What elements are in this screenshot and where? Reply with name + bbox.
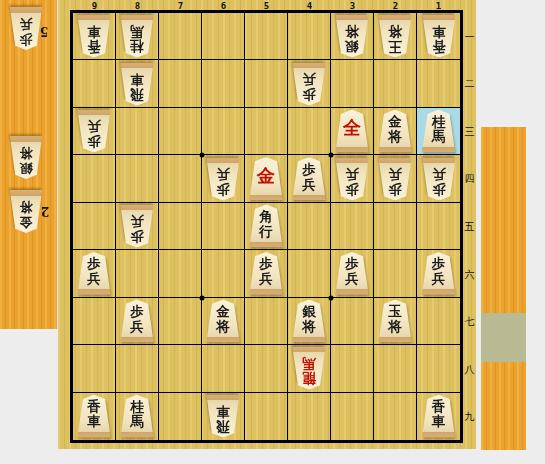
- piece-kanji: 香: [432, 399, 446, 414]
- piece-kanji: 歩: [345, 256, 359, 271]
- piece-kanji: 兵: [216, 166, 230, 181]
- square-3-2[interactable]: [331, 60, 374, 107]
- rank-label: 二: [463, 61, 476, 109]
- piece-body: 飛車: [205, 395, 242, 438]
- square-7-2[interactable]: [159, 60, 202, 107]
- piece-kanji: 龍: [302, 371, 316, 386]
- piece-body: 歩兵: [119, 204, 156, 247]
- piece-kanji: 歩: [432, 256, 446, 271]
- piece-kanji: 兵: [388, 166, 402, 181]
- square-5-3[interactable]: [245, 108, 288, 155]
- square-8-5[interactable]: 歩兵: [116, 203, 159, 250]
- piece-kanji: 歩: [388, 181, 402, 196]
- square-7-7[interactable]: [159, 298, 202, 345]
- sente-piece-歩兵[interactable]: 歩兵: [291, 157, 328, 200]
- piece-body: 銀将: [8, 136, 44, 179]
- sente-hand-stand: [481, 127, 526, 450]
- piece-body: 歩兵: [420, 252, 457, 295]
- piece-kanji: 桂: [130, 39, 144, 54]
- square-6-2[interactable]: [202, 60, 245, 107]
- sente-piece-桂馬[interactable]: 桂馬: [420, 110, 457, 153]
- square-8-7[interactable]: 歩兵: [116, 298, 159, 345]
- square-6-7[interactable]: 金将: [202, 298, 245, 345]
- square-8-8[interactable]: [116, 345, 159, 392]
- piece-kanji: 銀将: [20, 146, 33, 175]
- gote-hand-stand: 歩兵 5 銀将 金将 2: [0, 0, 57, 329]
- piece-body: 金: [248, 157, 285, 200]
- piece-body: 金将: [205, 299, 242, 342]
- piece-kanji: 歩: [130, 303, 144, 318]
- piece-kanji: 銀: [345, 39, 359, 54]
- square-9-6[interactable]: 歩兵: [73, 250, 116, 297]
- piece-kanji: 玉: [388, 303, 402, 318]
- piece-kanji: 歩: [87, 134, 101, 149]
- piece-kanji: 金: [257, 166, 275, 184]
- piece-body: 歩兵: [76, 252, 113, 295]
- piece-kanji: 兵: [345, 166, 359, 181]
- piece-body: 歩兵: [76, 110, 113, 153]
- square-4-4[interactable]: 歩兵: [288, 155, 331, 202]
- sente-piece-歩兵[interactable]: 歩兵: [420, 252, 457, 295]
- piece-kanji: 歩: [302, 161, 316, 176]
- square-1-2[interactable]: [417, 60, 460, 107]
- square-1-7[interactable]: [417, 298, 460, 345]
- square-5-1[interactable]: [245, 13, 288, 60]
- gote-piece-歩兵[interactable]: 歩兵: [420, 157, 457, 200]
- piece-kanji: 兵: [302, 71, 316, 86]
- piece-body: 香車: [420, 395, 457, 438]
- sente-piece-角行[interactable]: 角行: [248, 204, 285, 247]
- square-1-6[interactable]: 歩兵: [417, 250, 460, 297]
- board-panel: 9 8 7 6 5 4 3 2 1 香車桂馬銀将王将香車飛車歩兵歩兵全金将桂馬歩…: [58, 0, 476, 449]
- piece-kanji: 兵: [130, 213, 144, 228]
- piece-kanji: 馬: [432, 129, 446, 144]
- piece-kanji: 兵: [130, 318, 144, 333]
- square-1-3[interactable]: 桂馬: [417, 108, 460, 155]
- piece-body: 銀将: [334, 15, 371, 58]
- piece-body: 歩兵: [8, 7, 44, 50]
- piece-body: 金将: [8, 190, 44, 233]
- piece-body: 桂馬: [119, 15, 156, 58]
- rank-label: 五: [463, 203, 476, 251]
- square-4-5[interactable]: [288, 203, 331, 250]
- square-3-8[interactable]: [331, 345, 374, 392]
- square-3-4[interactable]: 歩兵: [331, 155, 374, 202]
- piece-kanji: 歩: [87, 256, 101, 271]
- piece-body: 銀将: [291, 299, 328, 342]
- rank-label: 六: [463, 251, 476, 299]
- square-5-6[interactable]: 歩兵: [245, 250, 288, 297]
- promoted-sente-piece-全[interactable]: 全: [334, 110, 371, 153]
- square-4-8[interactable]: 龍馬: [288, 345, 331, 392]
- square-4-1[interactable]: [288, 13, 331, 60]
- shogi-app: 歩兵 5 銀将 金将 2 9 8 7 6: [0, 0, 545, 464]
- piece-body: 歩兵: [334, 157, 371, 200]
- hoshi-dot: [329, 295, 334, 300]
- square-7-1[interactable]: [159, 13, 202, 60]
- square-2-3[interactable]: 金将: [374, 108, 417, 155]
- rank-label: 三: [463, 108, 476, 156]
- square-2-2[interactable]: [374, 60, 417, 107]
- gote-piece-歩兵[interactable]: 歩兵: [205, 157, 242, 200]
- square-5-7[interactable]: [245, 298, 288, 345]
- piece-body: 王将: [377, 15, 414, 58]
- square-1-9[interactable]: 香車: [417, 393, 460, 440]
- piece-kanji: 桂: [432, 114, 446, 129]
- square-6-6[interactable]: [202, 250, 245, 297]
- promoted-sente-piece-金[interactable]: 金: [248, 157, 285, 200]
- piece-kanji: 金: [216, 303, 230, 318]
- square-3-6[interactable]: 歩兵: [331, 250, 374, 297]
- square-9-9[interactable]: 香車: [73, 393, 116, 440]
- square-1-1[interactable]: 香車: [417, 13, 460, 60]
- square-2-5[interactable]: [374, 203, 417, 250]
- piece-kanji: 歩: [216, 181, 230, 196]
- square-6-3[interactable]: [202, 108, 245, 155]
- square-5-9[interactable]: [245, 393, 288, 440]
- square-3-7[interactable]: [331, 298, 374, 345]
- sente-piece-銀将[interactable]: 銀将: [291, 299, 328, 342]
- square-8-6[interactable]: [116, 250, 159, 297]
- square-9-8[interactable]: [73, 345, 116, 392]
- square-7-3[interactable]: [159, 108, 202, 155]
- gote-piece-歩兵[interactable]: 歩兵: [119, 204, 156, 247]
- square-4-7[interactable]: 銀将: [288, 298, 331, 345]
- rank-label: 七: [463, 298, 476, 346]
- piece-kanji: 車: [87, 24, 101, 39]
- square-4-2[interactable]: 歩兵: [288, 60, 331, 107]
- piece-kanji: 香: [87, 399, 101, 414]
- square-9-1[interactable]: 香車: [73, 13, 116, 60]
- gote-hand-gold[interactable]: 金将: [8, 190, 44, 233]
- piece-body: 香車: [76, 395, 113, 438]
- piece-body: 歩兵: [291, 62, 328, 105]
- sente-piece-歩兵[interactable]: 歩兵: [334, 252, 371, 295]
- square-7-4[interactable]: [159, 155, 202, 202]
- gote-hand-pawn[interactable]: 歩兵: [8, 7, 44, 50]
- sente-piece-歩兵[interactable]: 歩兵: [119, 299, 156, 342]
- piece-body: 歩兵: [119, 299, 156, 342]
- piece-kanji: 金: [388, 114, 402, 129]
- hoshi-dot: [329, 153, 334, 158]
- square-4-6[interactable]: [288, 250, 331, 297]
- square-8-2[interactable]: 飛車: [116, 60, 159, 107]
- square-5-8[interactable]: [245, 345, 288, 392]
- piece-body: 香車: [76, 15, 113, 58]
- square-4-3[interactable]: [288, 108, 331, 155]
- piece-kanji: 王: [388, 39, 402, 54]
- piece-kanji: 将: [216, 318, 230, 333]
- piece-body: 全: [334, 110, 371, 153]
- gote-piece-銀将[interactable]: 銀将: [334, 15, 371, 58]
- gote-piece-王将[interactable]: 王将: [377, 15, 414, 58]
- square-6-4[interactable]: 歩兵: [202, 155, 245, 202]
- square-6-5[interactable]: [202, 203, 245, 250]
- piece-kanji: 飛: [130, 86, 144, 101]
- gote-piece-歩兵[interactable]: 歩兵: [291, 62, 328, 105]
- piece-kanji: 歩: [302, 86, 316, 101]
- piece-kanji: 兵: [432, 271, 446, 286]
- piece-kanji: 桂: [130, 399, 144, 414]
- piece-kanji: 将: [388, 24, 402, 39]
- piece-body: 歩兵: [377, 157, 414, 200]
- gote-piece-飛車[interactable]: 飛車: [205, 395, 242, 438]
- promoted-gote-piece-龍馬[interactable]: 龍馬: [291, 347, 328, 390]
- square-2-6[interactable]: [374, 250, 417, 297]
- square-9-3[interactable]: 歩兵: [73, 108, 116, 155]
- piece-kanji: 銀: [302, 303, 316, 318]
- piece-kanji: 車: [432, 414, 446, 429]
- piece-body: 香車: [420, 15, 457, 58]
- sente-piece-玉将[interactable]: 玉将: [377, 299, 414, 342]
- gote-piece-飛車[interactable]: 飛車: [119, 62, 156, 105]
- gote-hand-silver[interactable]: 銀将: [8, 136, 44, 179]
- sente-piece-金将[interactable]: 金将: [377, 110, 414, 153]
- square-7-6[interactable]: [159, 250, 202, 297]
- piece-body: 桂馬: [420, 110, 457, 153]
- piece-kanji: 将: [345, 24, 359, 39]
- piece-body: 飛車: [119, 62, 156, 105]
- square-1-4[interactable]: 歩兵: [417, 155, 460, 202]
- piece-kanji: 馬: [130, 414, 144, 429]
- piece-kanji: 飛: [216, 419, 230, 434]
- square-9-2[interactable]: [73, 60, 116, 107]
- square-9-7[interactable]: [73, 298, 116, 345]
- gote-piece-歩兵[interactable]: 歩兵: [76, 110, 113, 153]
- piece-body: 桂馬: [119, 395, 156, 438]
- piece-kanji: 香: [87, 39, 101, 54]
- piece-body: 歩兵: [291, 157, 328, 200]
- square-2-4[interactable]: 歩兵: [374, 155, 417, 202]
- piece-kanji: 車: [87, 414, 101, 429]
- piece-kanji: 歩: [345, 181, 359, 196]
- square-1-5[interactable]: [417, 203, 460, 250]
- square-8-1[interactable]: 桂馬: [116, 13, 159, 60]
- rank-label: 八: [463, 346, 476, 394]
- piece-body: 金将: [377, 110, 414, 153]
- gote-piece-桂馬[interactable]: 桂馬: [119, 15, 156, 58]
- hoshi-dot: [200, 295, 205, 300]
- sente-hand-slot-highlight[interactable]: [481, 313, 526, 362]
- square-7-9[interactable]: [159, 393, 202, 440]
- gote-hand-gold-count: 2: [41, 204, 49, 218]
- piece-kanji: 兵: [432, 166, 446, 181]
- square-8-3[interactable]: [116, 108, 159, 155]
- piece-kanji: 全: [343, 119, 361, 137]
- square-3-9[interactable]: [331, 393, 374, 440]
- piece-body: 角行: [248, 204, 285, 247]
- piece-kanji: 将: [302, 318, 316, 333]
- piece-body: 歩兵: [334, 252, 371, 295]
- square-7-8[interactable]: [159, 345, 202, 392]
- rank-labels: 一 二 三 四 五 六 七 八 九: [463, 13, 476, 441]
- piece-kanji: 車: [432, 24, 446, 39]
- piece-kanji: 兵: [345, 271, 359, 286]
- rank-label: 九: [463, 394, 476, 442]
- square-5-4[interactable]: 金: [245, 155, 288, 202]
- square-3-3[interactable]: 全: [331, 108, 374, 155]
- square-5-5[interactable]: 角行: [245, 203, 288, 250]
- piece-body: 歩兵: [205, 157, 242, 200]
- piece-kanji: 香: [432, 39, 446, 54]
- square-4-9[interactable]: [288, 393, 331, 440]
- piece-kanji: 兵: [259, 271, 273, 286]
- piece-kanji: 金将: [20, 200, 33, 229]
- piece-kanji: 行: [259, 223, 273, 238]
- square-1-8[interactable]: [417, 345, 460, 392]
- square-7-5[interactable]: [159, 203, 202, 250]
- hoshi-dot: [200, 153, 205, 158]
- piece-kanji: 車: [130, 71, 144, 86]
- square-2-1[interactable]: 王将: [374, 13, 417, 60]
- sente-piece-歩兵[interactable]: 歩兵: [248, 252, 285, 295]
- piece-body: 歩兵: [420, 157, 457, 200]
- square-2-9[interactable]: [374, 393, 417, 440]
- gote-piece-歩兵[interactable]: 歩兵: [377, 157, 414, 200]
- square-6-8[interactable]: [202, 345, 245, 392]
- square-2-8[interactable]: [374, 345, 417, 392]
- square-3-1[interactable]: 銀将: [331, 13, 374, 60]
- sente-piece-金将[interactable]: 金将: [205, 299, 242, 342]
- piece-body: 歩兵: [248, 252, 285, 295]
- piece-kanji: 馬: [302, 356, 316, 371]
- piece-kanji: 車: [216, 404, 230, 419]
- square-6-1[interactable]: [202, 13, 245, 60]
- board-grid: 香車桂馬銀将王将香車飛車歩兵歩兵全金将桂馬歩兵金歩兵歩兵歩兵歩兵歩兵角行歩兵歩兵…: [70, 10, 463, 443]
- gote-piece-香車[interactable]: 香車: [420, 15, 457, 58]
- rank-label: 四: [463, 156, 476, 204]
- piece-kanji: 角: [259, 208, 273, 223]
- piece-body: 龍馬: [291, 347, 328, 390]
- piece-kanji: 歩: [432, 181, 446, 196]
- piece-kanji: 歩: [259, 256, 273, 271]
- sente-piece-桂馬[interactable]: 桂馬: [119, 395, 156, 438]
- square-3-5[interactable]: [331, 203, 374, 250]
- piece-kanji: 兵: [302, 176, 316, 191]
- sente-piece-歩兵[interactable]: 歩兵: [76, 252, 113, 295]
- piece-kanji: 将: [388, 318, 402, 333]
- gote-piece-香車[interactable]: 香車: [76, 15, 113, 58]
- rank-label: 一: [463, 13, 476, 61]
- gote-piece-歩兵[interactable]: 歩兵: [334, 157, 371, 200]
- piece-kanji: 兵: [87, 271, 101, 286]
- piece-kanji: 兵: [87, 119, 101, 134]
- square-9-4[interactable]: [73, 155, 116, 202]
- square-8-4[interactable]: [116, 155, 159, 202]
- sente-piece-香車[interactable]: 香車: [420, 395, 457, 438]
- gote-hand-pawn-count: 5: [40, 24, 48, 38]
- square-9-5[interactable]: [73, 203, 116, 250]
- square-8-9[interactable]: 桂馬: [116, 393, 159, 440]
- square-6-9[interactable]: 飛車: [202, 393, 245, 440]
- sente-piece-香車[interactable]: 香車: [76, 395, 113, 438]
- piece-body: 玉将: [377, 299, 414, 342]
- square-2-7[interactable]: 玉将: [374, 298, 417, 345]
- square-5-2[interactable]: [245, 60, 288, 107]
- piece-kanji: 歩兵: [20, 17, 33, 46]
- piece-kanji: 将: [388, 129, 402, 144]
- piece-kanji: 馬: [130, 24, 144, 39]
- piece-kanji: 歩: [130, 228, 144, 243]
